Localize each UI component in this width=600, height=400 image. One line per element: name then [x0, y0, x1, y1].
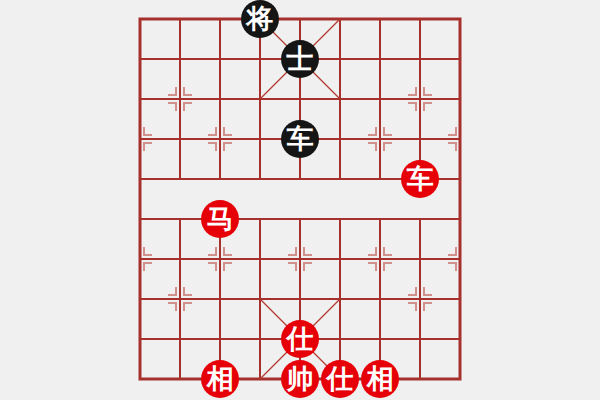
- app-background: 将士车车马相仕帅仕相: [0, 0, 600, 400]
- piece-black-general[interactable]: 将: [241, 0, 279, 38]
- piece-red-advisor[interactable]: 仕: [281, 320, 319, 358]
- xiangqi-board[interactable]: 将士车车马相仕帅仕相: [120, 0, 480, 399]
- piece-black-advisor[interactable]: 士: [281, 40, 319, 78]
- piece-red-chariot[interactable]: 车: [401, 160, 439, 198]
- piece-red-elephant[interactable]: 相: [201, 360, 239, 398]
- piece-red-king[interactable]: 帅: [281, 360, 319, 398]
- piece-red-advisor[interactable]: 仕: [321, 360, 359, 398]
- piece-red-elephant[interactable]: 相: [361, 360, 399, 398]
- piece-black-chariot[interactable]: 车: [281, 120, 319, 158]
- piece-red-horse[interactable]: 马: [201, 200, 239, 238]
